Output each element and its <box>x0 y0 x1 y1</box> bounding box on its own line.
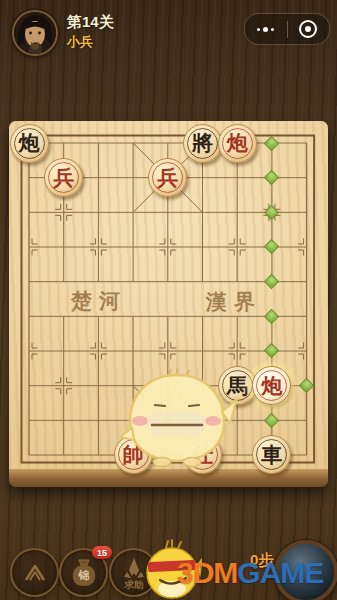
game-screen: 第14关 小兵 楚河 漢界 炮將炮兵兵馬炮帥仕車 <box>0 0 337 600</box>
watermark-3dm: 3DM <box>177 556 237 589</box>
player-name: 小兵 <box>67 34 114 50</box>
piece-black-車[interactable]: 車 <box>252 435 291 474</box>
avatar-portrait <box>14 12 56 54</box>
piece-red-炮[interactable]: 炮 <box>252 366 291 405</box>
chevron-up-icon <box>20 558 50 588</box>
piece-red-仕[interactable]: 仕 <box>183 435 222 474</box>
move-hint-dot[interactable] <box>264 239 280 255</box>
svg-text:锦: 锦 <box>77 569 89 581</box>
move-hint-dot[interactable] <box>264 170 280 186</box>
piece-black-炮[interactable]: 炮 <box>10 124 49 163</box>
praying-hands-icon: 求助 <box>118 556 150 590</box>
move-hint-dot[interactable] <box>299 378 315 394</box>
move-hint-dot[interactable] <box>264 135 280 151</box>
move-hint-dot[interactable] <box>264 274 280 290</box>
piece-red-帥[interactable]: 帥 <box>114 435 153 474</box>
circle-dot-icon <box>299 20 317 38</box>
move-hint-dot[interactable] <box>264 205 280 221</box>
hint-bag-button[interactable]: 锦 15 <box>59 548 108 597</box>
svg-text:求助: 求助 <box>123 579 143 590</box>
move-hint-dot[interactable] <box>264 412 280 428</box>
piece-black-馬[interactable]: 馬 <box>218 366 257 405</box>
mini-program-capsule <box>244 13 330 45</box>
piece-black-將[interactable]: 將 <box>183 124 222 163</box>
help-button[interactable]: 求助 <box>109 548 158 597</box>
move-hint-dot[interactable] <box>264 309 280 325</box>
xiangqi-board: 楚河 漢界 炮將炮兵兵馬炮帥仕車 <box>9 121 328 487</box>
dark-sphere-button[interactable] <box>274 540 337 600</box>
ellipsis-icon <box>257 27 274 32</box>
money-bag-icon: 锦 <box>69 558 99 588</box>
piece-red-兵[interactable]: 兵 <box>148 158 187 197</box>
level-title: 第14关 <box>67 13 114 31</box>
move-counter: 0步 <box>250 551 273 570</box>
menu-button[interactable] <box>10 548 59 597</box>
player-avatar[interactable] <box>12 10 58 56</box>
move-hint-dot[interactable] <box>264 343 280 359</box>
more-menu-button[interactable] <box>245 14 287 44</box>
close-minimize-button[interactable] <box>288 14 330 44</box>
piece-red-炮[interactable]: 炮 <box>218 124 257 163</box>
piece-red-兵[interactable]: 兵 <box>44 158 83 197</box>
hint-count-badge: 15 <box>92 546 112 559</box>
piece-grid: 炮將炮兵兵馬炮帥仕車 <box>12 126 324 473</box>
